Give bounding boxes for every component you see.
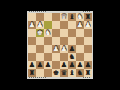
white-pawn[interactable]: ♟: [53, 45, 59, 53]
white-king[interactable]: ♚: [37, 29, 43, 37]
square-e5[interactable]: ♟: [52, 45, 60, 53]
thumbnail-background: { "game": "chess", "board": { "orientati…: [0, 0, 120, 90]
square-e2[interactable]: [52, 21, 60, 29]
square-h7[interactable]: ♟: [28, 61, 36, 69]
bottom-strip-text-left: [29, 77, 46, 78]
black-pawn[interactable]: ♟: [61, 61, 67, 69]
black-pawn[interactable]: ♟: [69, 45, 75, 53]
square-d7[interactable]: ♟: [60, 61, 68, 69]
square-f6[interactable]: [44, 53, 52, 61]
square-c6[interactable]: ♞: [68, 53, 76, 61]
chess-board[interactable]: ♛♝♞♜♟♟♟♟♚♞♟♟♟♞♟♟♟♟♟♟♟♜♚♛♝♞♜: [28, 13, 92, 77]
square-g5[interactable]: [36, 45, 44, 53]
square-f4[interactable]: [44, 37, 52, 45]
board-bottom-strip: [27, 77, 93, 79]
square-a8[interactable]: ♜: [84, 69, 92, 77]
black-rook[interactable]: ♜: [85, 69, 91, 77]
square-b1[interactable]: ♞: [76, 13, 84, 21]
square-a2[interactable]: ♟: [84, 21, 92, 29]
square-a3[interactable]: [84, 29, 92, 37]
black-rook[interactable]: ♜: [85, 13, 91, 21]
square-f1[interactable]: [44, 13, 52, 21]
square-g8[interactable]: [36, 69, 44, 77]
square-c3[interactable]: [68, 29, 76, 37]
square-d1[interactable]: ♛: [60, 13, 68, 21]
square-f2[interactable]: [44, 21, 52, 29]
square-d2[interactable]: [60, 21, 68, 29]
square-g4[interactable]: [36, 37, 44, 45]
square-b7[interactable]: ♟: [76, 61, 84, 69]
black-king[interactable]: ♚: [53, 69, 59, 77]
chess-board-frame: ♛♝♞♜♟♟♟♟♚♞♟♟♟♞♟♟♟♟♟♟♟♜♚♛♝♞♜: [27, 11, 93, 79]
square-g2[interactable]: ♟: [36, 21, 44, 29]
bottom-strip-text-right: [83, 77, 91, 78]
square-b2[interactable]: ♟: [76, 21, 84, 29]
black-pawn[interactable]: ♟: [85, 61, 91, 69]
white-pawn[interactable]: ♟: [29, 21, 35, 29]
square-h4[interactable]: [28, 37, 36, 45]
black-knight[interactable]: ♞: [77, 69, 83, 77]
top-strip-text-left: [29, 11, 46, 12]
square-b6[interactable]: [76, 53, 84, 61]
square-c7[interactable]: ♟: [68, 61, 76, 69]
square-a5[interactable]: [84, 45, 92, 53]
square-c8[interactable]: ♝: [68, 69, 76, 77]
black-pawn[interactable]: ♟: [69, 61, 75, 69]
square-f5[interactable]: [44, 45, 52, 53]
square-b4[interactable]: [76, 37, 84, 45]
square-d3[interactable]: [60, 29, 68, 37]
square-a4[interactable]: [84, 37, 92, 45]
square-d6[interactable]: [60, 53, 68, 61]
square-f3[interactable]: ♞: [44, 29, 52, 37]
black-bishop[interactable]: ♝: [69, 13, 75, 21]
black-queen[interactable]: ♛: [61, 69, 67, 77]
white-knight[interactable]: ♞: [45, 29, 51, 37]
square-a7[interactable]: ♟: [84, 61, 92, 69]
square-g3[interactable]: ♚: [36, 29, 44, 37]
white-knight[interactable]: ♞: [77, 13, 83, 21]
square-e4[interactable]: [52, 37, 60, 45]
top-strip-text-right: [83, 11, 91, 12]
square-f7[interactable]: ♟: [44, 61, 52, 69]
square-g6[interactable]: [36, 53, 44, 61]
white-queen[interactable]: ♛: [61, 13, 67, 21]
square-h8[interactable]: ♜: [28, 69, 36, 77]
square-h3[interactable]: [28, 29, 36, 37]
square-a6[interactable]: [84, 53, 92, 61]
square-d5[interactable]: ♟: [60, 45, 68, 53]
white-pawn[interactable]: ♟: [37, 21, 43, 29]
black-pawn[interactable]: ♟: [37, 61, 43, 69]
white-pawn[interactable]: ♟: [85, 21, 91, 29]
white-pawn[interactable]: ♟: [61, 45, 67, 53]
square-e6[interactable]: [52, 53, 60, 61]
black-bishop[interactable]: ♝: [69, 69, 75, 77]
square-h6[interactable]: [28, 53, 36, 61]
square-g7[interactable]: ♟: [36, 61, 44, 69]
white-pawn[interactable]: ♟: [77, 21, 83, 29]
square-e3[interactable]: [52, 29, 60, 37]
square-a1[interactable]: ♜: [84, 13, 92, 21]
square-d4[interactable]: [60, 37, 68, 45]
square-e1[interactable]: [52, 13, 60, 21]
square-b8[interactable]: ♞: [76, 69, 84, 77]
square-h1[interactable]: [28, 13, 36, 21]
square-e8[interactable]: ♚: [52, 69, 60, 77]
black-pawn[interactable]: ♟: [29, 61, 35, 69]
black-pawn[interactable]: ♟: [45, 61, 51, 69]
square-g1[interactable]: [36, 13, 44, 21]
square-b5[interactable]: [76, 45, 84, 53]
square-c5[interactable]: ♟: [68, 45, 76, 53]
square-f8[interactable]: [44, 69, 52, 77]
black-pawn[interactable]: ♟: [77, 61, 83, 69]
square-c4[interactable]: [68, 37, 76, 45]
square-c2[interactable]: [68, 21, 76, 29]
square-d8[interactable]: ♛: [60, 69, 68, 77]
square-b3[interactable]: [76, 29, 84, 37]
square-e7[interactable]: [52, 61, 60, 69]
square-h5[interactable]: [28, 45, 36, 53]
square-c1[interactable]: ♝: [68, 13, 76, 21]
square-h2[interactable]: ♟: [28, 21, 36, 29]
black-rook[interactable]: ♜: [29, 69, 35, 77]
black-knight[interactable]: ♞: [69, 53, 75, 61]
